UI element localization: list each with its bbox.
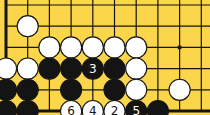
stone-move-number: 6 xyxy=(67,104,75,115)
white-stone xyxy=(61,37,82,58)
white-stone xyxy=(17,58,38,79)
black-stone xyxy=(17,79,38,100)
white-stone xyxy=(126,58,147,79)
white-stone xyxy=(17,16,38,37)
white-stone xyxy=(169,79,190,100)
white-stone xyxy=(126,79,147,100)
white-stone xyxy=(39,37,60,58)
stone-move-number: 2 xyxy=(111,104,119,115)
go-board[interactable]: 36425 xyxy=(0,0,210,115)
black-stone xyxy=(104,58,125,79)
black-stone xyxy=(61,58,82,79)
stone-move-number: 3 xyxy=(89,62,97,76)
white-stone xyxy=(82,37,103,58)
white-stone xyxy=(104,37,125,58)
star-point xyxy=(178,46,182,50)
black-stone xyxy=(61,79,82,100)
black-stone xyxy=(39,58,60,79)
black-stone xyxy=(0,79,17,100)
white-stone xyxy=(126,37,147,58)
stone-move-number: 5 xyxy=(132,104,140,115)
stone-move-number: 4 xyxy=(89,104,97,115)
black-stone xyxy=(104,79,125,100)
white-stone xyxy=(0,58,17,79)
go-board-svg: 36425 xyxy=(0,0,210,115)
